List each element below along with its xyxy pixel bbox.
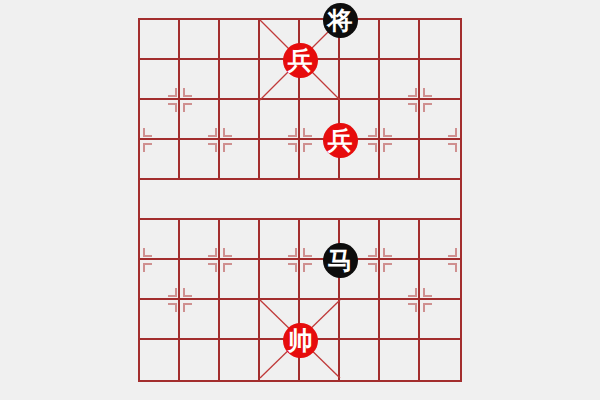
board-cell [420, 20, 460, 60]
marker-bracket [288, 248, 297, 257]
position-marker [448, 128, 472, 152]
position-marker [208, 248, 232, 272]
marker-bracket [288, 263, 297, 272]
marker-bracket [143, 143, 152, 152]
marker-bracket [383, 143, 392, 152]
board-cell [180, 180, 220, 220]
position-marker [128, 248, 152, 272]
marker-bracket [423, 88, 432, 97]
black-general[interactable]: 将 [323, 3, 358, 38]
marker-bracket [303, 248, 312, 257]
board-cell [380, 20, 420, 60]
position-marker [368, 248, 392, 272]
board-cell [220, 300, 260, 340]
position-marker [368, 128, 392, 152]
board-cell [220, 60, 260, 100]
marker-bracket [368, 263, 377, 272]
marker-bracket [143, 248, 152, 257]
board-cell [140, 180, 180, 220]
marker-bracket [423, 303, 432, 312]
marker-bracket [408, 88, 417, 97]
position-marker [208, 128, 232, 152]
board-cell [220, 180, 260, 220]
marker-bracket [168, 288, 177, 297]
marker-bracket [168, 303, 177, 312]
board-cell [340, 180, 380, 220]
board-cell [180, 20, 220, 60]
marker-bracket [208, 128, 217, 137]
board-cell [260, 180, 300, 220]
marker-bracket [223, 143, 232, 152]
marker-bracket [423, 288, 432, 297]
marker-bracket [288, 143, 297, 152]
xiangqi-diagram: 将兵兵马帅 [0, 0, 600, 400]
marker-bracket [448, 143, 457, 152]
position-marker [408, 88, 432, 112]
marker-bracket [183, 303, 192, 312]
marker-bracket [408, 103, 417, 112]
marker-bracket [168, 88, 177, 97]
marker-bracket [143, 128, 152, 137]
marker-bracket [368, 128, 377, 137]
marker-bracket [303, 128, 312, 137]
board-cell [140, 20, 180, 60]
board-cell [340, 300, 380, 340]
marker-bracket [383, 248, 392, 257]
board-cell [180, 340, 220, 380]
marker-bracket [223, 263, 232, 272]
marker-bracket [408, 303, 417, 312]
position-marker [168, 288, 192, 312]
marker-bracket [183, 88, 192, 97]
marker-bracket [303, 143, 312, 152]
marker-bracket [383, 128, 392, 137]
marker-bracket [368, 248, 377, 257]
position-marker [288, 248, 312, 272]
board-cell [420, 180, 460, 220]
marker-bracket [448, 248, 457, 257]
board-cell [300, 180, 340, 220]
board-cell [340, 340, 380, 380]
position-marker [168, 88, 192, 112]
board-cell [220, 340, 260, 380]
position-marker [408, 288, 432, 312]
marker-bracket [448, 263, 457, 272]
marker-bracket [223, 128, 232, 137]
marker-bracket [183, 103, 192, 112]
board-cell [380, 340, 420, 380]
position-marker [128, 128, 152, 152]
board-cell [220, 20, 260, 60]
marker-bracket [223, 248, 232, 257]
marker-bracket [168, 103, 177, 112]
red-soldier-1[interactable]: 兵 [283, 43, 318, 78]
marker-bracket [423, 103, 432, 112]
marker-bracket [288, 128, 297, 137]
position-marker [288, 128, 312, 152]
board-cell [140, 340, 180, 380]
marker-bracket [448, 128, 457, 137]
board-cell [420, 340, 460, 380]
marker-bracket [208, 248, 217, 257]
black-horse[interactable]: 马 [323, 243, 358, 278]
marker-bracket [303, 263, 312, 272]
red-soldier-2[interactable]: 兵 [323, 123, 358, 158]
board-cell [340, 60, 380, 100]
marker-bracket [208, 143, 217, 152]
red-general[interactable]: 帅 [283, 323, 318, 358]
marker-bracket [383, 263, 392, 272]
marker-bracket [143, 263, 152, 272]
marker-bracket [183, 288, 192, 297]
position-marker [448, 248, 472, 272]
marker-bracket [408, 288, 417, 297]
marker-bracket [208, 263, 217, 272]
board-cell [380, 180, 420, 220]
marker-bracket [368, 143, 377, 152]
